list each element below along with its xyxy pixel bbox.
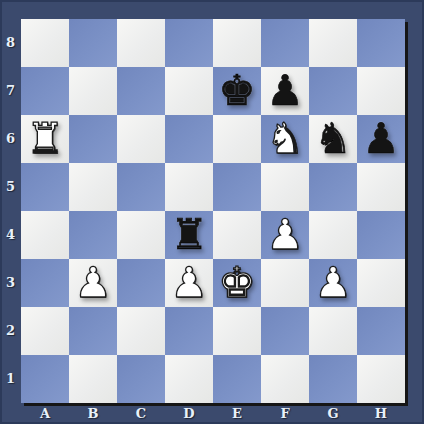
square-h7[interactable] — [357, 67, 405, 115]
chess-diagram-frame: 87654321 ♚♟♜♞♞♟♜♟♟♟♚♟ ABCDEFGH — [0, 0, 424, 424]
rank-label-4: 4 — [0, 211, 21, 259]
square-d3[interactable]: ♟ — [165, 259, 213, 307]
square-f1[interactable] — [261, 355, 309, 403]
file-label-c: C — [117, 406, 165, 424]
square-g8[interactable] — [309, 19, 357, 67]
square-c4[interactable] — [117, 211, 165, 259]
square-b2[interactable] — [69, 307, 117, 355]
file-label-g: G — [309, 406, 357, 424]
square-a7[interactable] — [21, 67, 69, 115]
square-e3[interactable]: ♚ — [213, 259, 261, 307]
square-e5[interactable] — [213, 163, 261, 211]
square-f3[interactable] — [261, 259, 309, 307]
file-label-f: F — [261, 406, 309, 424]
square-f7[interactable]: ♟ — [261, 67, 309, 115]
square-a4[interactable] — [21, 211, 69, 259]
square-f8[interactable] — [261, 19, 309, 67]
square-b3[interactable]: ♟ — [69, 259, 117, 307]
rank-label-6: 6 — [0, 115, 21, 163]
square-b7[interactable] — [69, 67, 117, 115]
square-b4[interactable] — [69, 211, 117, 259]
file-label-a: A — [21, 406, 69, 424]
square-g4[interactable] — [309, 211, 357, 259]
square-g7[interactable] — [309, 67, 357, 115]
piece-white-pawn[interactable]: ♟ — [314, 262, 352, 304]
square-d4[interactable]: ♜ — [165, 211, 213, 259]
square-c6[interactable] — [117, 115, 165, 163]
square-d1[interactable] — [165, 355, 213, 403]
square-e2[interactable] — [213, 307, 261, 355]
piece-black-knight[interactable]: ♞ — [314, 118, 352, 160]
square-a1[interactable] — [21, 355, 69, 403]
square-b5[interactable] — [69, 163, 117, 211]
square-h5[interactable] — [357, 163, 405, 211]
square-f5[interactable] — [261, 163, 309, 211]
square-a3[interactable] — [21, 259, 69, 307]
square-e1[interactable] — [213, 355, 261, 403]
rank-label-3: 3 — [0, 259, 21, 307]
rank-label-5: 5 — [0, 163, 21, 211]
square-c2[interactable] — [117, 307, 165, 355]
square-g5[interactable] — [309, 163, 357, 211]
piece-black-king[interactable]: ♚ — [218, 70, 256, 112]
square-h2[interactable] — [357, 307, 405, 355]
piece-black-pawn[interactable]: ♟ — [362, 118, 400, 160]
square-g6[interactable]: ♞ — [309, 115, 357, 163]
rank-label-1: 1 — [0, 355, 21, 403]
piece-white-rook[interactable]: ♜ — [26, 118, 64, 160]
square-f4[interactable]: ♟ — [261, 211, 309, 259]
square-h4[interactable] — [357, 211, 405, 259]
square-b6[interactable] — [69, 115, 117, 163]
square-c7[interactable] — [117, 67, 165, 115]
piece-black-pawn[interactable]: ♟ — [266, 70, 304, 112]
square-h8[interactable] — [357, 19, 405, 67]
square-c8[interactable] — [117, 19, 165, 67]
rank-label-2: 2 — [0, 307, 21, 355]
square-d6[interactable] — [165, 115, 213, 163]
square-c5[interactable] — [117, 163, 165, 211]
square-h1[interactable] — [357, 355, 405, 403]
chess-board[interactable]: ♚♟♜♞♞♟♜♟♟♟♚♟ — [21, 19, 405, 403]
square-a5[interactable] — [21, 163, 69, 211]
piece-white-pawn[interactable]: ♟ — [170, 262, 208, 304]
square-e7[interactable]: ♚ — [213, 67, 261, 115]
square-a2[interactable] — [21, 307, 69, 355]
file-label-d: D — [165, 406, 213, 424]
square-e6[interactable] — [213, 115, 261, 163]
piece-white-pawn[interactable]: ♟ — [266, 214, 304, 256]
piece-black-rook[interactable]: ♜ — [170, 214, 208, 256]
rank-labels: 87654321 — [0, 19, 21, 403]
file-label-b: B — [69, 406, 117, 424]
square-b8[interactable] — [69, 19, 117, 67]
piece-white-king[interactable]: ♚ — [218, 262, 256, 304]
piece-white-pawn[interactable]: ♟ — [74, 262, 112, 304]
square-h6[interactable]: ♟ — [357, 115, 405, 163]
square-d8[interactable] — [165, 19, 213, 67]
square-d7[interactable] — [165, 67, 213, 115]
square-e4[interactable] — [213, 211, 261, 259]
square-g1[interactable] — [309, 355, 357, 403]
square-f6[interactable]: ♞ — [261, 115, 309, 163]
square-g2[interactable] — [309, 307, 357, 355]
piece-white-knight[interactable]: ♞ — [266, 118, 304, 160]
square-g3[interactable]: ♟ — [309, 259, 357, 307]
square-f2[interactable] — [261, 307, 309, 355]
file-labels: ABCDEFGH — [21, 406, 405, 424]
square-a6[interactable]: ♜ — [21, 115, 69, 163]
rank-label-8: 8 — [0, 19, 21, 67]
square-c3[interactable] — [117, 259, 165, 307]
square-c1[interactable] — [117, 355, 165, 403]
square-a8[interactable] — [21, 19, 69, 67]
file-label-h: H — [357, 406, 405, 424]
square-d2[interactable] — [165, 307, 213, 355]
square-h3[interactable] — [357, 259, 405, 307]
square-e8[interactable] — [213, 19, 261, 67]
square-d5[interactable] — [165, 163, 213, 211]
square-b1[interactable] — [69, 355, 117, 403]
file-label-e: E — [213, 406, 261, 424]
rank-label-7: 7 — [0, 67, 21, 115]
